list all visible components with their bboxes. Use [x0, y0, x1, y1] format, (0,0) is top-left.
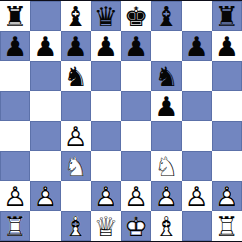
piece-black-pawn[interactable]: ♟	[61, 31, 91, 61]
square-e7[interactable]: ♟	[121, 31, 151, 61]
white-piece-outline: ♙	[121, 181, 151, 211]
square-a3[interactable]	[0, 151, 30, 181]
square-g6[interactable]	[182, 61, 212, 91]
square-e8[interactable]: ♚	[121, 1, 151, 31]
piece-black-pawn[interactable]: ♟	[91, 31, 121, 61]
piece-white-pawn[interactable]: ♟♙	[121, 181, 151, 211]
black-piece-glyph: ♟	[151, 91, 181, 121]
square-e4[interactable]	[121, 121, 151, 151]
black-piece-glyph: ♝	[151, 1, 181, 31]
piece-white-queen[interactable]: ♛♕	[91, 211, 121, 241]
piece-black-pawn[interactable]: ♟	[212, 31, 242, 61]
square-f5[interactable]: ♟	[151, 91, 181, 121]
square-e3[interactable]	[121, 151, 151, 181]
square-h1[interactable]: ♜♖	[212, 211, 242, 241]
square-a7[interactable]: ♟	[0, 31, 30, 61]
square-a1[interactable]: ♜♖	[0, 211, 30, 241]
piece-black-pawn[interactable]: ♟	[121, 31, 151, 61]
white-piece-outline: ♙	[91, 181, 121, 211]
piece-white-pawn[interactable]: ♟♙	[61, 121, 91, 151]
white-piece-outline: ♙	[182, 181, 212, 211]
square-g2[interactable]: ♟♙	[182, 181, 212, 211]
square-a5[interactable]	[0, 91, 30, 121]
square-c1[interactable]: ♝♗	[61, 211, 91, 241]
white-piece-outline: ♗	[151, 211, 181, 241]
black-piece-glyph: ♜	[212, 1, 242, 31]
piece-white-rook[interactable]: ♜♖	[212, 211, 242, 241]
square-c3[interactable]: ♞♘	[61, 151, 91, 181]
square-c5[interactable]	[61, 91, 91, 121]
white-piece-outline: ♖	[0, 211, 30, 241]
square-b1[interactable]	[30, 211, 60, 241]
square-h2[interactable]: ♟♙	[212, 181, 242, 211]
piece-white-pawn[interactable]: ♟♙	[30, 181, 60, 211]
piece-white-king[interactable]: ♚♔	[121, 211, 151, 241]
square-f7[interactable]	[151, 31, 181, 61]
square-g3[interactable]	[182, 151, 212, 181]
square-b6[interactable]	[30, 61, 60, 91]
square-g4[interactable]	[182, 121, 212, 151]
square-g5[interactable]	[182, 91, 212, 121]
black-piece-glyph: ♚	[121, 1, 151, 31]
white-piece-outline: ♘	[151, 151, 181, 181]
piece-black-pawn[interactable]: ♟	[151, 91, 181, 121]
piece-black-pawn[interactable]: ♟	[30, 31, 60, 61]
black-piece-glyph: ♟	[212, 31, 242, 61]
square-a4[interactable]	[0, 121, 30, 151]
square-d7[interactable]: ♟	[91, 31, 121, 61]
square-e6[interactable]	[121, 61, 151, 91]
black-piece-glyph: ♟	[30, 31, 60, 61]
piece-black-rook[interactable]: ♜	[212, 1, 242, 31]
white-piece-outline: ♙	[30, 181, 60, 211]
black-piece-glyph: ♟	[0, 31, 30, 61]
piece-white-pawn[interactable]: ♟♙	[151, 181, 181, 211]
square-c4[interactable]: ♟♙	[61, 121, 91, 151]
square-d6[interactable]	[91, 61, 121, 91]
square-f4[interactable]	[151, 121, 181, 151]
square-h4[interactable]	[212, 121, 242, 151]
square-d2[interactable]: ♟♙	[91, 181, 121, 211]
piece-black-rook[interactable]: ♜	[0, 1, 30, 31]
square-a8[interactable]: ♜	[0, 1, 30, 31]
square-c2[interactable]	[61, 181, 91, 211]
white-piece-outline: ♖	[212, 211, 242, 241]
square-d3[interactable]	[91, 151, 121, 181]
square-f1[interactable]: ♝♗	[151, 211, 181, 241]
black-piece-glyph: ♞	[151, 61, 181, 91]
piece-black-king[interactable]: ♚	[121, 1, 151, 31]
square-c7[interactable]: ♟	[61, 31, 91, 61]
square-c8[interactable]: ♝	[61, 1, 91, 31]
white-piece-outline: ♙	[0, 181, 30, 211]
black-piece-glyph: ♞	[61, 61, 91, 91]
square-f8[interactable]: ♝	[151, 1, 181, 31]
piece-black-knight[interactable]: ♞	[61, 61, 91, 91]
piece-white-knight[interactable]: ♞♘	[151, 151, 181, 181]
white-piece-outline: ♙	[151, 181, 181, 211]
square-a2[interactable]: ♟♙	[0, 181, 30, 211]
piece-white-pawn[interactable]: ♟♙	[212, 181, 242, 211]
square-f3[interactable]: ♞♘	[151, 151, 181, 181]
square-b4[interactable]	[30, 121, 60, 151]
white-piece-outline: ♙	[61, 121, 91, 151]
square-d5[interactable]	[91, 91, 121, 121]
piece-white-pawn[interactable]: ♟♙	[91, 181, 121, 211]
square-b3[interactable]	[30, 151, 60, 181]
piece-black-bishop[interactable]: ♝	[61, 1, 91, 31]
square-h5[interactable]	[212, 91, 242, 121]
white-piece-outline: ♘	[61, 151, 91, 181]
black-piece-glyph: ♟	[61, 31, 91, 61]
black-piece-glyph: ♟	[121, 31, 151, 61]
square-g1[interactable]	[182, 211, 212, 241]
black-piece-glyph: ♟	[182, 31, 212, 61]
square-e2[interactable]: ♟♙	[121, 181, 151, 211]
piece-white-knight[interactable]: ♞♘	[61, 151, 91, 181]
square-h6[interactable]	[212, 61, 242, 91]
square-g8[interactable]	[182, 1, 212, 31]
piece-white-pawn[interactable]: ♟♙	[182, 181, 212, 211]
square-h3[interactable]	[212, 151, 242, 181]
square-f6[interactable]: ♞	[151, 61, 181, 91]
square-d8[interactable]: ♛	[91, 1, 121, 31]
square-e5[interactable]	[121, 91, 151, 121]
black-piece-glyph: ♝	[61, 1, 91, 31]
piece-black-pawn[interactable]: ♟	[0, 31, 30, 61]
piece-black-pawn[interactable]: ♟	[182, 31, 212, 61]
square-g7[interactable]: ♟	[182, 31, 212, 61]
white-piece-outline: ♔	[121, 211, 151, 241]
square-b5[interactable]	[30, 91, 60, 121]
square-f2[interactable]: ♟♙	[151, 181, 181, 211]
square-a6[interactable]	[0, 61, 30, 91]
piece-white-pawn[interactable]: ♟♙	[0, 181, 30, 211]
white-piece-outline: ♕	[91, 211, 121, 241]
black-piece-glyph: ♟	[91, 31, 121, 61]
piece-black-queen[interactable]: ♛	[91, 1, 121, 31]
piece-black-knight[interactable]: ♞	[151, 61, 181, 91]
square-b7[interactable]: ♟	[30, 31, 60, 61]
square-b2[interactable]: ♟♙	[30, 181, 60, 211]
square-d4[interactable]	[91, 121, 121, 151]
black-piece-glyph: ♜	[0, 1, 30, 31]
piece-white-rook[interactable]: ♜♖	[0, 211, 30, 241]
white-piece-outline: ♙	[212, 181, 242, 211]
piece-black-bishop[interactable]: ♝	[151, 1, 181, 31]
piece-white-bishop[interactable]: ♝♗	[61, 211, 91, 241]
piece-white-bishop[interactable]: ♝♗	[151, 211, 181, 241]
square-h7[interactable]: ♟	[212, 31, 242, 61]
square-e1[interactable]: ♚♔	[121, 211, 151, 241]
square-b8[interactable]	[30, 1, 60, 31]
square-h8[interactable]: ♜	[212, 1, 242, 31]
square-c6[interactable]: ♞	[61, 61, 91, 91]
black-piece-glyph: ♛	[91, 1, 121, 31]
square-d1[interactable]: ♛♕	[91, 211, 121, 241]
chess-board: ♜♝♛♚♝♜♟♟♟♟♟♟♟♞♞♟♟♙♞♘♞♘♟♙♟♙♟♙♟♙♟♙♟♙♟♙♜♖♝♗…	[0, 0, 242, 242]
white-piece-outline: ♗	[61, 211, 91, 241]
